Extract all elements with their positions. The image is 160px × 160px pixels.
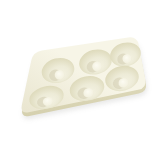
- product-photo: [0, 0, 160, 160]
- muffin-pan-illustration: [0, 0, 160, 160]
